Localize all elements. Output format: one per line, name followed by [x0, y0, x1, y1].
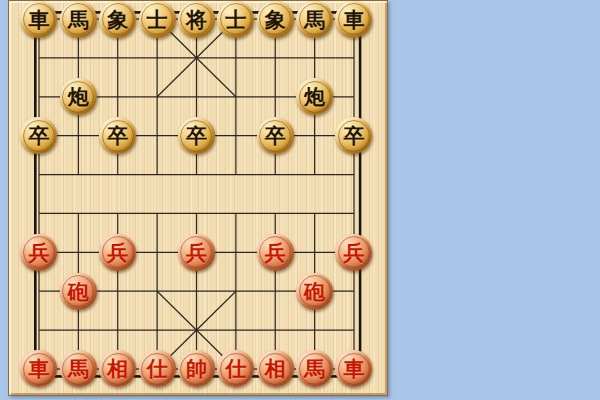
piece-black-general[interactable]: 将: [178, 1, 215, 38]
piece-black-chariot[interactable]: 車: [335, 1, 372, 38]
piece-glyph: 車: [343, 358, 364, 379]
piece-glyph: 仕: [147, 358, 168, 379]
piece-glyph: 卒: [107, 125, 128, 146]
piece-glyph: 士: [147, 9, 168, 30]
piece-red-horse[interactable]: 馬: [296, 350, 333, 387]
board-point: 馬: [295, 0, 334, 38]
piece-glyph: 馬: [304, 9, 325, 30]
piece-black-horse[interactable]: 馬: [60, 1, 97, 38]
board-point: 卒: [19, 116, 58, 155]
board-point: 砲: [59, 272, 98, 311]
piece-glyph: 帥: [186, 358, 207, 379]
piece-glyph: 馬: [68, 358, 89, 379]
board-point: 仕: [137, 349, 176, 388]
board-point: 士: [137, 0, 176, 38]
piece-glyph: 相: [107, 358, 128, 379]
piece-glyph: 炮: [304, 86, 325, 107]
piece-grid: 車馬象士将士象馬車炮炮卒卒卒卒卒兵兵兵兵兵砲砲車馬相仕帥仕相馬車: [19, 0, 373, 388]
piece-red-chariot[interactable]: 車: [20, 350, 57, 387]
piece-glyph: 砲: [68, 281, 89, 302]
piece-red-soldier[interactable]: 兵: [335, 234, 372, 271]
board-point: 車: [334, 0, 373, 38]
piece-black-elephant[interactable]: 象: [99, 1, 136, 38]
board-point: 仕: [216, 349, 255, 388]
board-point: 車: [334, 349, 373, 388]
piece-red-soldier[interactable]: 兵: [178, 234, 215, 271]
board-point: 象: [98, 0, 137, 38]
board-point: 将: [177, 0, 216, 38]
board-point: 炮: [295, 77, 334, 116]
piece-red-soldier[interactable]: 兵: [20, 234, 57, 271]
piece-glyph: 兵: [265, 242, 286, 263]
piece-red-elephant[interactable]: 相: [257, 350, 294, 387]
piece-glyph: 兵: [28, 242, 49, 263]
piece-glyph: 車: [343, 9, 364, 30]
board-point: 兵: [177, 233, 216, 272]
piece-red-soldier[interactable]: 兵: [257, 234, 294, 271]
piece-red-cannon[interactable]: 砲: [60, 273, 97, 310]
piece-black-soldier[interactable]: 卒: [99, 117, 136, 154]
piece-glyph: 相: [265, 358, 286, 379]
piece-glyph: 馬: [68, 9, 89, 30]
board-point: 車: [19, 0, 58, 38]
piece-black-advisor[interactable]: 士: [217, 1, 254, 38]
board-point: 象: [256, 0, 295, 38]
app-background: 車馬象士将士象馬車炮炮卒卒卒卒卒兵兵兵兵兵砲砲車馬相仕帥仕相馬車: [0, 0, 600, 400]
piece-glyph: 馬: [304, 358, 325, 379]
piece-glyph: 砲: [304, 281, 325, 302]
piece-red-general[interactable]: 帥: [178, 350, 215, 387]
piece-black-soldier[interactable]: 卒: [20, 117, 57, 154]
piece-black-cannon[interactable]: 炮: [60, 78, 97, 115]
piece-black-chariot[interactable]: 車: [20, 1, 57, 38]
board-point: 卒: [334, 116, 373, 155]
xiangqi-board[interactable]: 車馬象士将士象馬車炮炮卒卒卒卒卒兵兵兵兵兵砲砲車馬相仕帥仕相馬車: [8, 0, 388, 396]
piece-black-soldier[interactable]: 卒: [335, 117, 372, 154]
piece-red-cannon[interactable]: 砲: [296, 273, 333, 310]
piece-red-advisor[interactable]: 仕: [139, 350, 176, 387]
board-point: 卒: [177, 116, 216, 155]
piece-red-elephant[interactable]: 相: [99, 350, 136, 387]
piece-red-chariot[interactable]: 車: [335, 350, 372, 387]
piece-glyph: 卒: [343, 125, 364, 146]
piece-glyph: 車: [28, 358, 49, 379]
piece-red-soldier[interactable]: 兵: [99, 234, 136, 271]
piece-black-soldier[interactable]: 卒: [257, 117, 294, 154]
board-point: 士: [216, 0, 255, 38]
piece-black-advisor[interactable]: 士: [139, 1, 176, 38]
piece-glyph: 卒: [186, 125, 207, 146]
board-point: 帥: [177, 349, 216, 388]
board-point: 卒: [256, 116, 295, 155]
board-point: 兵: [98, 233, 137, 272]
board-point: 相: [98, 349, 137, 388]
board-point: 卒: [98, 116, 137, 155]
piece-glyph: 仕: [225, 358, 246, 379]
piece-black-horse[interactable]: 馬: [296, 1, 333, 38]
piece-glyph: 士: [225, 9, 246, 30]
piece-red-horse[interactable]: 馬: [60, 350, 97, 387]
board-point: 車: [19, 349, 58, 388]
board-point: 馬: [295, 349, 334, 388]
board-point: 砲: [295, 272, 334, 311]
piece-glyph: 兵: [107, 242, 128, 263]
piece-black-soldier[interactable]: 卒: [178, 117, 215, 154]
piece-glyph: 車: [28, 9, 49, 30]
piece-black-elephant[interactable]: 象: [257, 1, 294, 38]
piece-glyph: 将: [186, 9, 207, 30]
piece-glyph: 象: [265, 9, 286, 30]
piece-glyph: 炮: [68, 86, 89, 107]
piece-red-advisor[interactable]: 仕: [217, 350, 254, 387]
board-point: 兵: [334, 233, 373, 272]
board-point: 兵: [256, 233, 295, 272]
piece-glyph: 象: [107, 9, 128, 30]
piece-black-cannon[interactable]: 炮: [296, 78, 333, 115]
piece-glyph: 兵: [343, 242, 364, 263]
board-point: 相: [256, 349, 295, 388]
board-point: 馬: [59, 349, 98, 388]
board-point: 兵: [19, 233, 58, 272]
board-point: 馬: [59, 0, 98, 38]
piece-glyph: 卒: [28, 125, 49, 146]
board-point: 炮: [59, 77, 98, 116]
piece-glyph: 兵: [186, 242, 207, 263]
piece-glyph: 卒: [265, 125, 286, 146]
